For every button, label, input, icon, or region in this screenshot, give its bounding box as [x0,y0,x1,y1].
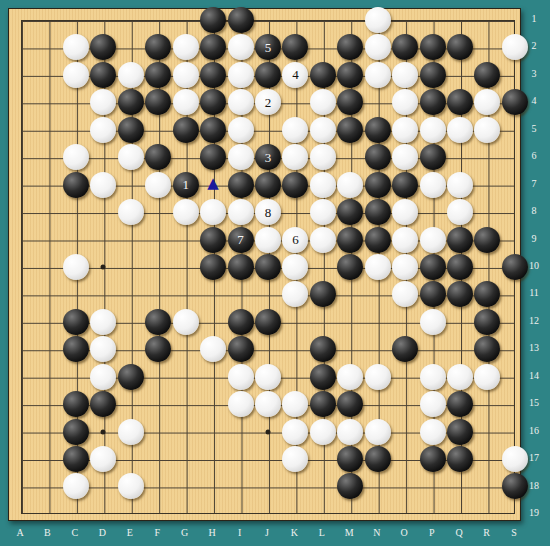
black-stone-P10[interactable] [420,254,446,280]
stones-layer[interactable]: 54231876▲ [7,6,528,527]
black-stone-E5[interactable] [118,117,144,143]
black-stone-P11[interactable] [420,281,446,307]
black-stone-O13[interactable] [392,336,418,362]
white-stone-K6[interactable] [282,144,308,170]
white-stone-Q14[interactable] [447,364,473,390]
white-stone-E6[interactable] [118,144,144,170]
white-stone-K16[interactable] [282,419,308,445]
black-stone-J7[interactable] [255,172,281,198]
black-stone-L15[interactable] [310,391,336,417]
black-stone-R9[interactable] [474,227,500,253]
row-label-3: 3 [521,68,547,80]
white-stone-R5[interactable] [474,117,500,143]
white-stone-I3[interactable] [228,62,254,88]
white-stone-N3[interactable] [365,62,391,88]
black-stone-Q10[interactable] [447,254,473,280]
black-stone-H1[interactable] [200,7,226,33]
column-label-E: E [117,527,143,541]
black-stone-I13[interactable] [228,336,254,362]
white-stone-I8[interactable] [228,199,254,225]
black-stone-F6[interactable] [145,144,171,170]
black-stone-M18[interactable] [337,473,363,499]
white-stone-L8[interactable] [310,199,336,225]
black-stone-G5[interactable] [173,117,199,143]
stone-number: 8 [265,206,272,219]
black-stone-I12[interactable] [228,309,254,335]
stone-number: 5 [265,41,272,54]
column-label-F: F [144,527,170,541]
black-stone-Q17[interactable] [447,446,473,472]
white-stone-D5[interactable] [90,117,116,143]
black-stone-F2[interactable] [145,34,171,60]
black-stone-H9[interactable] [200,227,226,253]
white-stone-L9[interactable] [310,227,336,253]
white-stone-H8[interactable] [200,199,226,225]
black-stone-F3[interactable] [145,62,171,88]
white-stone-M14[interactable] [337,364,363,390]
black-stone-P2[interactable] [420,34,446,60]
white-stone-I4[interactable] [228,89,254,115]
white-stone-E18[interactable] [118,473,144,499]
black-stone-M2[interactable] [337,34,363,60]
white-stone-L5[interactable] [310,117,336,143]
row-label-16: 16 [521,425,547,437]
black-stone-K2[interactable] [282,34,308,60]
black-stone-H5[interactable] [200,117,226,143]
black-stone-C16[interactable] [63,419,89,445]
white-stone-L7[interactable] [310,172,336,198]
black-stone-P4[interactable] [420,89,446,115]
white-stone-D17[interactable] [90,446,116,472]
column-label-I: I [227,527,253,541]
white-stone-O8[interactable] [392,199,418,225]
black-stone-D2[interactable] [90,34,116,60]
white-stone-G2[interactable] [173,34,199,60]
white-stone-O3[interactable] [392,62,418,88]
row-label-12: 12 [521,315,547,327]
column-label-O: O [391,527,417,541]
white-stone-I14[interactable] [228,364,254,390]
white-stone-C10[interactable] [63,254,89,280]
white-stone-E16[interactable] [118,419,144,445]
row-label-14: 14 [521,370,547,382]
black-stone-Q9[interactable] [447,227,473,253]
black-stone-L14[interactable] [310,364,336,390]
white-stone-I6[interactable] [228,144,254,170]
white-stone-M7[interactable] [337,172,363,198]
row-label-4: 4 [521,95,547,107]
triangle-marker: ▲ [207,176,219,191]
black-stone-Q15[interactable] [447,391,473,417]
black-stone-E4[interactable] [118,89,144,115]
row-label-13: 13 [521,342,547,354]
row-label-17: 17 [521,452,547,464]
black-stone-C7[interactable] [63,172,89,198]
white-stone-J14[interactable] [255,364,281,390]
black-stone-J2[interactable]: 5 [255,34,281,60]
column-label-A: A [7,527,33,541]
black-stone-R3[interactable] [474,62,500,88]
black-stone-M17[interactable] [337,446,363,472]
column-label-J: J [254,527,280,541]
black-stone-J10[interactable] [255,254,281,280]
black-stone-L13[interactable] [310,336,336,362]
white-stone-G12[interactable] [173,309,199,335]
white-stone-M16[interactable] [337,419,363,445]
white-stone-O10[interactable] [392,254,418,280]
row-label-9: 9 [521,233,547,245]
white-stone-G3[interactable] [173,62,199,88]
black-stone-F13[interactable] [145,336,171,362]
column-label-R: R [474,527,500,541]
row-label-19: 19 [521,507,547,519]
white-stone-P16[interactable] [420,419,446,445]
white-stone-N2[interactable] [365,34,391,60]
black-stone-D15[interactable] [90,391,116,417]
black-stone-R13[interactable] [474,336,500,362]
black-stone-M8[interactable] [337,199,363,225]
black-stone-P17[interactable] [420,446,446,472]
black-stone-N9[interactable] [365,227,391,253]
black-stone-C17[interactable] [63,446,89,472]
black-stone-O2[interactable] [392,34,418,60]
black-stone-Q11[interactable] [447,281,473,307]
stone-number: 6 [292,233,299,246]
white-stone-J8[interactable]: 8 [255,199,281,225]
white-stone-C2[interactable] [63,34,89,60]
black-stone-I9[interactable]: 7 [228,227,254,253]
stone-number: 3 [265,151,272,164]
go-board[interactable]: 54231876▲ [8,8,521,521]
black-stone-F12[interactable] [145,309,171,335]
white-stone-D13[interactable] [90,336,116,362]
black-stone-P3[interactable] [420,62,446,88]
white-stone-H13[interactable] [200,336,226,362]
black-stone-N7[interactable] [365,172,391,198]
column-label-M: M [336,527,362,541]
row-label-5: 5 [521,123,547,135]
white-stone-D7[interactable] [90,172,116,198]
black-stone-L3[interactable] [310,62,336,88]
black-stone-D3[interactable] [90,62,116,88]
black-stone-Q4[interactable] [447,89,473,115]
column-label-G: G [172,527,198,541]
white-stone-R4[interactable] [474,89,500,115]
white-stone-Q7[interactable] [447,172,473,198]
stone-number: 7 [237,233,244,246]
row-label-1: 1 [521,13,547,25]
white-stone-N14[interactable] [365,364,391,390]
black-stone-N6[interactable] [365,144,391,170]
row-label-10: 10 [521,260,547,272]
black-stone-J12[interactable] [255,309,281,335]
white-stone-D4[interactable] [90,89,116,115]
column-label-N: N [364,527,390,541]
white-stone-O4[interactable] [392,89,418,115]
black-stone-K7[interactable] [282,172,308,198]
white-stone-J4[interactable]: 2 [255,89,281,115]
white-stone-K3[interactable]: 4 [282,62,308,88]
black-stone-M10[interactable] [337,254,363,280]
black-stone-E14[interactable] [118,364,144,390]
white-stone-P7[interactable] [420,172,446,198]
black-stone-M4[interactable] [337,89,363,115]
black-stone-N17[interactable] [365,446,391,472]
white-stone-N16[interactable] [365,419,391,445]
white-stone-P5[interactable] [420,117,446,143]
black-stone-J3[interactable] [255,62,281,88]
black-stone-R12[interactable] [474,309,500,335]
go-diagram-page: { "game": "go", "board": { "size": 19, "… [0,0,550,546]
black-stone-N5[interactable] [365,117,391,143]
black-stone-Q2[interactable] [447,34,473,60]
white-stone-E8[interactable] [118,199,144,225]
white-stone-K17[interactable] [282,446,308,472]
white-stone-O6[interactable] [392,144,418,170]
stone-number: 4 [292,68,299,81]
black-stone-M15[interactable] [337,391,363,417]
row-label-15: 15 [521,397,547,409]
black-stone-N8[interactable] [365,199,391,225]
white-stone-C3[interactable] [63,62,89,88]
column-label-L: L [309,527,335,541]
black-stone-I10[interactable] [228,254,254,280]
white-stone-F7[interactable] [145,172,171,198]
black-stone-F4[interactable] [145,89,171,115]
black-stone-Q16[interactable] [447,419,473,445]
white-stone-N1[interactable] [365,7,391,33]
row-label-11: 11 [521,287,547,299]
white-stone-J15[interactable] [255,391,281,417]
white-stone-P15[interactable] [420,391,446,417]
white-stone-I2[interactable] [228,34,254,60]
black-stone-H6[interactable] [200,144,226,170]
stone-number: 2 [265,96,272,109]
white-stone-L6[interactable] [310,144,336,170]
white-stone-L16[interactable] [310,419,336,445]
stone-number: 1 [182,178,189,191]
row-label-2: 2 [521,40,547,52]
column-label-Q: Q [446,527,472,541]
white-stone-K9[interactable]: 6 [282,227,308,253]
white-stone-P14[interactable] [420,364,446,390]
white-stone-P12[interactable] [420,309,446,335]
black-stone-P6[interactable] [420,144,446,170]
black-stone-I7[interactable] [228,172,254,198]
black-stone-O7[interactable] [392,172,418,198]
row-label-18: 18 [521,480,547,492]
black-stone-H3[interactable] [200,62,226,88]
column-label-D: D [89,527,115,541]
white-stone-O5[interactable] [392,117,418,143]
column-label-S: S [501,527,527,541]
white-stone-D14[interactable] [90,364,116,390]
black-stone-C13[interactable] [63,336,89,362]
white-stone-I5[interactable] [228,117,254,143]
white-stone-Q8[interactable] [447,199,473,225]
column-label-B: B [34,527,60,541]
white-stone-O9[interactable] [392,227,418,253]
column-label-C: C [62,527,88,541]
black-stone-G7[interactable]: 1 [173,172,199,198]
white-stone-K11[interactable] [282,281,308,307]
column-label-P: P [419,527,445,541]
black-stone-C15[interactable] [63,391,89,417]
black-stone-H2[interactable] [200,34,226,60]
column-label-H: H [199,527,225,541]
black-stone-L11[interactable] [310,281,336,307]
white-stone-I15[interactable] [228,391,254,417]
black-stone-C12[interactable] [63,309,89,335]
black-stone-I1[interactable] [228,7,254,33]
column-label-K: K [281,527,307,541]
black-stone-R11[interactable] [474,281,500,307]
black-stone-M9[interactable] [337,227,363,253]
white-stone-L4[interactable] [310,89,336,115]
row-label-6: 6 [521,150,547,162]
white-stone-G4[interactable] [173,89,199,115]
white-stone-Q5[interactable] [447,117,473,143]
white-stone-P9[interactable] [420,227,446,253]
white-stone-N10[interactable] [365,254,391,280]
white-stone-J9[interactable] [255,227,281,253]
black-stone-J6[interactable]: 3 [255,144,281,170]
white-stone-C18[interactable] [63,473,89,499]
black-stone-M3[interactable] [337,62,363,88]
white-stone-O11[interactable] [392,281,418,307]
white-stone-K10[interactable] [282,254,308,280]
white-stone-C6[interactable] [63,144,89,170]
black-stone-H10[interactable] [200,254,226,280]
white-stone-K15[interactable] [282,391,308,417]
white-stone-G8[interactable] [173,199,199,225]
white-stone-K5[interactable] [282,117,308,143]
row-label-8: 8 [521,205,547,217]
row-label-7: 7 [521,178,547,190]
white-stone-R14[interactable] [474,364,500,390]
white-stone-D12[interactable] [90,309,116,335]
black-stone-H4[interactable] [200,89,226,115]
white-stone-E3[interactable] [118,62,144,88]
black-stone-M5[interactable] [337,117,363,143]
